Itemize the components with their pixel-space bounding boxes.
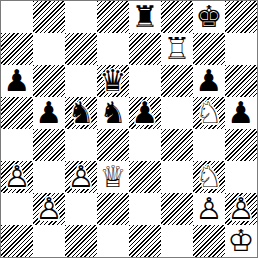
chess-diagram-frame: ♜♚♜♖♟♛♟♟♞♞♟♞♘♟♟♙♟♙♛♕♞♘♟♙♟♙♟♙♚♔ <box>0 0 258 258</box>
square-a8[interactable] <box>1 1 33 33</box>
square-a2[interactable] <box>1 193 33 225</box>
square-g4[interactable] <box>193 129 225 161</box>
square-f6[interactable] <box>161 65 193 97</box>
white-pawn-icon: ♙ <box>225 193 257 225</box>
square-a7[interactable] <box>1 33 33 65</box>
square-b6[interactable] <box>33 65 65 97</box>
square-e7[interactable] <box>129 33 161 65</box>
black-pawn-icon: ♟ <box>129 97 161 129</box>
square-d2[interactable] <box>97 193 129 225</box>
square-d3[interactable]: ♛♕ <box>97 161 129 193</box>
black-pawn-icon: ♟ <box>33 97 65 129</box>
square-b5[interactable]: ♟ <box>33 97 65 129</box>
black-king-icon: ♚ <box>193 1 225 33</box>
square-e2[interactable] <box>129 193 161 225</box>
square-a1[interactable] <box>1 225 33 257</box>
square-f1[interactable] <box>161 225 193 257</box>
square-d5[interactable]: ♞ <box>97 97 129 129</box>
white-pawn-icon: ♙ <box>33 193 65 225</box>
square-c2[interactable] <box>65 193 97 225</box>
black-pawn-icon: ♟ <box>193 65 225 97</box>
black-knight-icon: ♞ <box>65 97 97 129</box>
square-d6[interactable]: ♛ <box>97 65 129 97</box>
square-e8[interactable]: ♜ <box>129 1 161 33</box>
square-c3[interactable]: ♟♙ <box>65 161 97 193</box>
square-h6[interactable] <box>225 65 257 97</box>
white-knight-icon: ♘ <box>193 161 225 193</box>
square-a3[interactable]: ♟♙ <box>1 161 33 193</box>
white-rook-fill: ♜ <box>161 33 193 65</box>
square-c8[interactable] <box>65 1 97 33</box>
chess-board: ♜♚♜♖♟♛♟♟♞♞♟♞♘♟♟♙♟♙♛♕♞♘♟♙♟♙♟♙♚♔ <box>1 1 257 257</box>
white-pawn-icon: ♙ <box>65 161 97 193</box>
square-f5[interactable] <box>161 97 193 129</box>
square-c4[interactable] <box>65 129 97 161</box>
square-a4[interactable] <box>1 129 33 161</box>
square-h2[interactable]: ♟♙ <box>225 193 257 225</box>
white-rook-icon: ♖ <box>161 33 193 65</box>
square-b3[interactable] <box>33 161 65 193</box>
square-g3[interactable]: ♞♘ <box>193 161 225 193</box>
square-a5[interactable] <box>1 97 33 129</box>
square-f3[interactable] <box>161 161 193 193</box>
square-h7[interactable] <box>225 33 257 65</box>
square-g6[interactable]: ♟ <box>193 65 225 97</box>
black-knight-icon: ♞ <box>97 97 129 129</box>
white-pawn-fill: ♟ <box>33 193 65 225</box>
square-a6[interactable]: ♟ <box>1 65 33 97</box>
square-g5[interactable]: ♞♘ <box>193 97 225 129</box>
square-d1[interactable] <box>97 225 129 257</box>
square-f2[interactable] <box>161 193 193 225</box>
white-pawn-icon: ♙ <box>193 193 225 225</box>
square-b1[interactable] <box>33 225 65 257</box>
square-d7[interactable] <box>97 33 129 65</box>
black-pawn-icon: ♟ <box>225 97 257 129</box>
white-knight-fill: ♞ <box>193 97 225 129</box>
white-pawn-icon: ♙ <box>1 161 33 193</box>
square-g8[interactable]: ♚ <box>193 1 225 33</box>
square-g7[interactable] <box>193 33 225 65</box>
white-pawn-fill: ♟ <box>1 161 33 193</box>
white-knight-fill: ♞ <box>193 161 225 193</box>
black-queen-icon: ♛ <box>97 65 129 97</box>
black-pawn-icon: ♟ <box>1 65 33 97</box>
square-c5[interactable]: ♞ <box>65 97 97 129</box>
square-b7[interactable] <box>33 33 65 65</box>
square-c6[interactable] <box>65 65 97 97</box>
white-queen-icon: ♕ <box>97 161 129 193</box>
square-e3[interactable] <box>129 161 161 193</box>
white-knight-icon: ♘ <box>193 97 225 129</box>
black-rook-icon: ♜ <box>129 1 161 33</box>
square-h5[interactable]: ♟ <box>225 97 257 129</box>
white-king-fill: ♚ <box>225 225 257 257</box>
square-g1[interactable] <box>193 225 225 257</box>
white-king-icon: ♔ <box>225 225 257 257</box>
white-pawn-fill: ♟ <box>193 193 225 225</box>
square-b8[interactable] <box>33 1 65 33</box>
white-pawn-fill: ♟ <box>225 193 257 225</box>
square-c1[interactable] <box>65 225 97 257</box>
square-c7[interactable] <box>65 33 97 65</box>
square-e6[interactable] <box>129 65 161 97</box>
square-b2[interactable]: ♟♙ <box>33 193 65 225</box>
square-h3[interactable] <box>225 161 257 193</box>
white-queen-fill: ♛ <box>97 161 129 193</box>
square-d4[interactable] <box>97 129 129 161</box>
square-f7[interactable]: ♜♖ <box>161 33 193 65</box>
square-f4[interactable] <box>161 129 193 161</box>
square-h4[interactable] <box>225 129 257 161</box>
square-f8[interactable] <box>161 1 193 33</box>
square-e4[interactable] <box>129 129 161 161</box>
white-pawn-fill: ♟ <box>65 161 97 193</box>
square-e1[interactable] <box>129 225 161 257</box>
square-e5[interactable]: ♟ <box>129 97 161 129</box>
square-d8[interactable] <box>97 1 129 33</box>
square-g2[interactable]: ♟♙ <box>193 193 225 225</box>
square-h1[interactable]: ♚♔ <box>225 225 257 257</box>
square-b4[interactable] <box>33 129 65 161</box>
square-h8[interactable] <box>225 1 257 33</box>
